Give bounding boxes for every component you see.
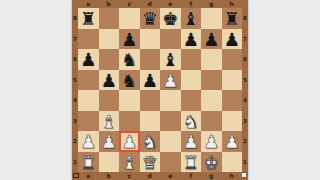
board-corner-marker-icon: [73, 173, 79, 179]
file-label-b: b: [99, 172, 120, 180]
square-c6[interactable]: ♞: [119, 49, 140, 70]
piece-white-pawn-a2[interactable]: ♟: [78, 131, 99, 152]
page-background: abcdefgh 87654321 ♜♛♚♝♜♟♟♟♟♟♞♝♟♞♟♟♝♞♟♟♟♞…: [0, 0, 320, 180]
piece-white-pawn-g2[interactable]: ♟: [201, 131, 222, 152]
square-b4[interactable]: [99, 90, 120, 111]
piece-black-knight-c6[interactable]: ♞: [119, 49, 140, 70]
board-squares: ♜♛♚♝♜♟♟♟♟♟♞♝♟♞♟♟♝♞♟♟♟♞♟♟♟♜♝♛♜♚: [78, 8, 242, 172]
file-labels-bottom: abcdefgh: [72, 172, 248, 180]
square-c5[interactable]: ♞: [119, 70, 140, 91]
square-d7[interactable]: [140, 29, 161, 50]
piece-white-bishop-c1[interactable]: ♝: [119, 152, 140, 173]
square-e2[interactable]: [160, 131, 181, 152]
square-h6[interactable]: [222, 49, 243, 70]
square-a6[interactable]: ♟: [78, 49, 99, 70]
rank-label-4: 4: [242, 90, 248, 111]
file-label-c: c: [119, 172, 140, 180]
square-c8[interactable]: [119, 8, 140, 29]
square-g8[interactable]: [201, 8, 222, 29]
square-c4[interactable]: [119, 90, 140, 111]
file-label-g: g: [201, 172, 222, 180]
piece-white-pawn-b2[interactable]: ♟: [99, 131, 120, 152]
rank-label-1: 1: [242, 152, 248, 173]
piece-white-knight-f3[interactable]: ♞: [181, 111, 202, 132]
piece-black-pawn-a6[interactable]: ♟: [78, 49, 99, 70]
square-g2[interactable]: ♟: [201, 131, 222, 152]
square-g5[interactable]: [201, 70, 222, 91]
square-e8[interactable]: ♚: [160, 8, 181, 29]
piece-white-queen-d1[interactable]: ♛: [140, 152, 161, 173]
square-d8[interactable]: ♛: [140, 8, 161, 29]
square-h3[interactable]: [222, 111, 243, 132]
piece-black-pawn-g7[interactable]: ♟: [201, 29, 222, 50]
square-g6[interactable]: [201, 49, 222, 70]
square-a8[interactable]: ♜: [78, 8, 99, 29]
piece-white-knight-d2[interactable]: ♞: [140, 131, 161, 152]
square-g4[interactable]: [201, 90, 222, 111]
rank-label-5: 5: [242, 70, 248, 91]
square-h2[interactable]: ♟: [222, 131, 243, 152]
piece-white-pawn-f2[interactable]: ♟: [181, 131, 202, 152]
piece-white-pawn-h2[interactable]: ♟: [222, 131, 243, 152]
piece-black-rook-h8[interactable]: ♜: [222, 8, 243, 29]
square-f3[interactable]: ♞: [181, 111, 202, 132]
square-b3[interactable]: ♝: [99, 111, 120, 132]
square-c2[interactable]: ♟: [119, 131, 140, 152]
square-h7[interactable]: ♟: [222, 29, 243, 50]
file-label-g: g: [201, 0, 222, 8]
piece-white-pawn-c2[interactable]: ♟: [119, 131, 140, 152]
rank-labels-right: 87654321: [242, 8, 248, 172]
file-label-f: f: [181, 172, 202, 180]
piece-black-pawn-f7[interactable]: ♟: [181, 29, 202, 50]
square-f7[interactable]: ♟: [181, 29, 202, 50]
square-h5[interactable]: [222, 70, 243, 91]
square-f8[interactable]: ♝: [181, 8, 202, 29]
square-c3[interactable]: [119, 111, 140, 132]
square-d6[interactable]: [140, 49, 161, 70]
square-a4[interactable]: [78, 90, 99, 111]
file-label-f: f: [181, 0, 202, 8]
square-g1[interactable]: ♚: [201, 152, 222, 173]
square-h8[interactable]: ♜: [222, 8, 243, 29]
square-a3[interactable]: [78, 111, 99, 132]
piece-black-pawn-d5[interactable]: ♟: [140, 70, 161, 91]
piece-black-pawn-c7[interactable]: ♟: [119, 29, 140, 50]
rank-label-3: 3: [242, 111, 248, 132]
file-label-h: h: [222, 172, 243, 180]
square-a2[interactable]: ♟: [78, 131, 99, 152]
square-f2[interactable]: ♟: [181, 131, 202, 152]
square-g7[interactable]: ♟: [201, 29, 222, 50]
file-label-e: e: [160, 172, 181, 180]
square-e3[interactable]: [160, 111, 181, 132]
square-a1[interactable]: ♜: [78, 152, 99, 173]
square-f1[interactable]: ♜: [181, 152, 202, 173]
file-label-a: a: [78, 172, 99, 180]
square-f6[interactable]: [181, 49, 202, 70]
square-c7[interactable]: ♟: [119, 29, 140, 50]
square-d1[interactable]: ♛: [140, 152, 161, 173]
square-a5[interactable]: [78, 70, 99, 91]
square-e6[interactable]: ♝: [160, 49, 181, 70]
chess-board: abcdefgh 87654321 ♜♛♚♝♜♟♟♟♟♟♞♝♟♞♟♟♝♞♟♟♟♞…: [72, 0, 248, 180]
square-b6[interactable]: [99, 49, 120, 70]
piece-black-queen-d8[interactable]: ♛: [140, 8, 161, 29]
piece-black-bishop-f8[interactable]: ♝: [181, 8, 202, 29]
piece-white-rook-a1[interactable]: ♜: [78, 152, 99, 173]
piece-black-pawn-b5[interactable]: ♟: [99, 70, 120, 91]
file-label-a: a: [78, 0, 99, 8]
piece-black-bishop-e6[interactable]: ♝: [160, 49, 181, 70]
square-e1[interactable]: [160, 152, 181, 173]
square-b2[interactable]: ♟: [99, 131, 120, 152]
file-label-b: b: [99, 0, 120, 8]
square-e4[interactable]: [160, 90, 181, 111]
rank-label-8: 8: [242, 8, 248, 29]
file-label-e: e: [160, 0, 181, 8]
piece-white-bishop-b3[interactable]: ♝: [99, 111, 120, 132]
piece-black-pawn-h7[interactable]: ♟: [222, 29, 243, 50]
file-labels-top: abcdefgh: [72, 0, 248, 8]
piece-black-rook-a8[interactable]: ♜: [78, 8, 99, 29]
square-h4[interactable]: [222, 90, 243, 111]
file-label-c: c: [119, 0, 140, 8]
file-label-h: h: [222, 0, 243, 8]
piece-black-king-e8[interactable]: ♚: [160, 8, 181, 29]
square-b5[interactable]: ♟: [99, 70, 120, 91]
square-a7[interactable]: [78, 29, 99, 50]
square-d5[interactable]: ♟: [140, 70, 161, 91]
square-f5[interactable]: [181, 70, 202, 91]
square-d2[interactable]: ♞: [140, 131, 161, 152]
piece-black-knight-c5[interactable]: ♞: [119, 70, 140, 91]
white-square-corner-icon: [241, 172, 248, 179]
rank-label-7: 7: [242, 29, 248, 50]
piece-white-rook-f1[interactable]: ♜: [181, 152, 202, 173]
square-c1[interactable]: ♝: [119, 152, 140, 173]
square-h1[interactable]: [222, 152, 243, 173]
square-e5[interactable]: ♟: [160, 70, 181, 91]
piece-white-king-g1[interactable]: ♚: [201, 152, 222, 173]
file-label-d: d: [140, 172, 161, 180]
square-b1[interactable]: [99, 152, 120, 173]
square-b7[interactable]: [99, 29, 120, 50]
square-d3[interactable]: [140, 111, 161, 132]
rank-label-6: 6: [242, 49, 248, 70]
square-e7[interactable]: [160, 29, 181, 50]
rank-label-2: 2: [242, 131, 248, 152]
square-b8[interactable]: [99, 8, 120, 29]
square-f4[interactable]: [181, 90, 202, 111]
file-label-d: d: [140, 0, 161, 8]
piece-white-pawn-e5[interactable]: ♟: [160, 70, 181, 91]
square-g3[interactable]: [201, 111, 222, 132]
square-d4[interactable]: [140, 90, 161, 111]
